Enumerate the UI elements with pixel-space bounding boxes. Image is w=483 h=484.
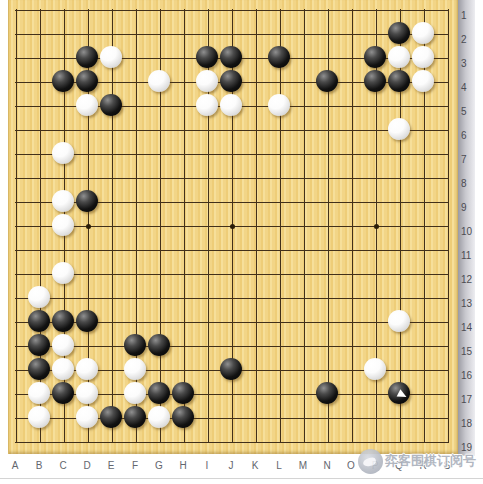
board-cell-O3[interactable] (340, 46, 364, 70)
board-cell-F10[interactable] (124, 214, 148, 238)
board-cell-E7[interactable] (100, 142, 124, 166)
board-cell-L11[interactable] (268, 238, 292, 262)
board-cell-A10[interactable] (4, 214, 28, 238)
board-cell-D8[interactable] (76, 166, 100, 190)
board-cell-R18[interactable] (412, 406, 436, 430)
board-cell-R9[interactable] (412, 190, 436, 214)
board-cell-N12[interactable] (316, 262, 340, 286)
board-cell-M13[interactable] (292, 286, 316, 310)
board-cell-G6[interactable] (148, 118, 172, 142)
board-cell-O18[interactable] (340, 406, 364, 430)
board-cell-K15[interactable] (244, 334, 268, 358)
board-cell-D1[interactable] (76, 0, 100, 22)
board-cell-A9[interactable] (4, 190, 28, 214)
board-cell-K19[interactable] (244, 430, 268, 454)
board-cell-F1[interactable] (124, 0, 148, 22)
board-cell-B14[interactable] (28, 310, 52, 334)
board-cell-G11[interactable] (148, 238, 172, 262)
board-cell-N5[interactable] (316, 94, 340, 118)
board-cell-D18[interactable] (76, 406, 100, 430)
board-cell-Q11[interactable] (388, 238, 412, 262)
board-cell-G7[interactable] (148, 142, 172, 166)
board-cell-P9[interactable] (364, 190, 388, 214)
board-cell-F19[interactable] (124, 430, 148, 454)
board-cell-R13[interactable] (412, 286, 436, 310)
board-cell-R12[interactable] (412, 262, 436, 286)
board-cell-Q3[interactable] (388, 46, 412, 70)
board-cell-L7[interactable] (268, 142, 292, 166)
board-cell-B18[interactable] (28, 406, 52, 430)
board-cell-J6[interactable] (220, 118, 244, 142)
board-cell-F17[interactable] (124, 382, 148, 406)
board-cell-I19[interactable] (196, 430, 220, 454)
board-cell-K2[interactable] (244, 22, 268, 46)
board-cell-C12[interactable] (52, 262, 76, 286)
board-cell-M1[interactable] (292, 0, 316, 22)
board-cell-N19[interactable] (316, 430, 340, 454)
board-cell-Q12[interactable] (388, 262, 412, 286)
board-cell-M12[interactable] (292, 262, 316, 286)
board-cell-B11[interactable] (28, 238, 52, 262)
board-cell-D7[interactable] (76, 142, 100, 166)
board-cell-O1[interactable] (340, 0, 364, 22)
board-cell-J3[interactable] (220, 46, 244, 70)
board-cell-L17[interactable] (268, 382, 292, 406)
board-cell-I11[interactable] (196, 238, 220, 262)
board-cell-N6[interactable] (316, 118, 340, 142)
board-cell-J17[interactable] (220, 382, 244, 406)
board-cell-K3[interactable] (244, 46, 268, 70)
board-cell-L13[interactable] (268, 286, 292, 310)
board-cell-P2[interactable] (364, 22, 388, 46)
board-cell-C15[interactable] (52, 334, 76, 358)
board-cell-Q14[interactable] (388, 310, 412, 334)
board-cell-B4[interactable] (28, 70, 52, 94)
board-cell-O10[interactable] (340, 214, 364, 238)
board-cell-S8[interactable] (436, 166, 460, 190)
board-cell-Q18[interactable] (388, 406, 412, 430)
board-cell-H14[interactable] (172, 310, 196, 334)
board-cell-E15[interactable] (100, 334, 124, 358)
board-cell-O12[interactable] (340, 262, 364, 286)
board-cell-C18[interactable] (52, 406, 76, 430)
board-cell-A14[interactable] (4, 310, 28, 334)
board-cell-R1[interactable] (412, 0, 436, 22)
board-cell-I13[interactable] (196, 286, 220, 310)
board-cell-A16[interactable] (4, 358, 28, 382)
board-cell-S2[interactable] (436, 22, 460, 46)
board-cell-E13[interactable] (100, 286, 124, 310)
board-cell-O6[interactable] (340, 118, 364, 142)
board-cell-K7[interactable] (244, 142, 268, 166)
board-cell-P14[interactable] (364, 310, 388, 334)
board-cell-H12[interactable] (172, 262, 196, 286)
board-cell-L16[interactable] (268, 358, 292, 382)
board-cell-H3[interactable] (172, 46, 196, 70)
board-cell-B8[interactable] (28, 166, 52, 190)
board-cell-D3[interactable] (76, 46, 100, 70)
board-cell-B16[interactable] (28, 358, 52, 382)
board-cell-F18[interactable] (124, 406, 148, 430)
board-cell-Q5[interactable] (388, 94, 412, 118)
board-cell-K8[interactable] (244, 166, 268, 190)
board-cell-D5[interactable] (76, 94, 100, 118)
board-cell-P11[interactable] (364, 238, 388, 262)
board-cell-J7[interactable] (220, 142, 244, 166)
board-cell-E14[interactable] (100, 310, 124, 334)
board-cell-A1[interactable] (4, 0, 28, 22)
board-cell-E17[interactable] (100, 382, 124, 406)
board-cell-K1[interactable] (244, 0, 268, 22)
board-cell-I18[interactable] (196, 406, 220, 430)
board-cell-J14[interactable] (220, 310, 244, 334)
board-cell-B9[interactable] (28, 190, 52, 214)
board-cell-O2[interactable] (340, 22, 364, 46)
board-cell-A5[interactable] (4, 94, 28, 118)
board-cell-O13[interactable] (340, 286, 364, 310)
board-cell-G14[interactable] (148, 310, 172, 334)
board-cell-E3[interactable] (100, 46, 124, 70)
board-cell-R14[interactable] (412, 310, 436, 334)
board-cell-Q4[interactable] (388, 70, 412, 94)
board-cell-K18[interactable] (244, 406, 268, 430)
board-cell-O11[interactable] (340, 238, 364, 262)
board-cell-M3[interactable] (292, 46, 316, 70)
board-cell-O15[interactable] (340, 334, 364, 358)
board-cell-E1[interactable] (100, 0, 124, 22)
board-cell-D4[interactable] (76, 70, 100, 94)
board-cell-A8[interactable] (4, 166, 28, 190)
board-cell-P13[interactable] (364, 286, 388, 310)
board-cell-F4[interactable] (124, 70, 148, 94)
board-cell-H7[interactable] (172, 142, 196, 166)
board-cell-M5[interactable] (292, 94, 316, 118)
board-cell-H15[interactable] (172, 334, 196, 358)
board-cell-J13[interactable] (220, 286, 244, 310)
board-cell-G13[interactable] (148, 286, 172, 310)
board-cell-P12[interactable] (364, 262, 388, 286)
board-cell-P17[interactable] (364, 382, 388, 406)
board-cell-E8[interactable] (100, 166, 124, 190)
board-cell-K4[interactable] (244, 70, 268, 94)
board-cell-F16[interactable] (124, 358, 148, 382)
board-cell-R3[interactable] (412, 46, 436, 70)
board-cell-Q7[interactable] (388, 142, 412, 166)
board-cell-N11[interactable] (316, 238, 340, 262)
board-cell-C11[interactable] (52, 238, 76, 262)
board-cell-H19[interactable] (172, 430, 196, 454)
board-cell-D15[interactable] (76, 334, 100, 358)
board-cell-J8[interactable] (220, 166, 244, 190)
board-cell-M11[interactable] (292, 238, 316, 262)
board-cell-P16[interactable] (364, 358, 388, 382)
board-cell-G2[interactable] (148, 22, 172, 46)
board-cell-C7[interactable] (52, 142, 76, 166)
board-cell-E10[interactable] (100, 214, 124, 238)
board-cell-L18[interactable] (268, 406, 292, 430)
board-cell-C10[interactable] (52, 214, 76, 238)
board-cell-N8[interactable] (316, 166, 340, 190)
board-cell-M6[interactable] (292, 118, 316, 142)
board-cell-M9[interactable] (292, 190, 316, 214)
board-cell-G5[interactable] (148, 94, 172, 118)
board-cell-D10[interactable] (76, 214, 100, 238)
board-cell-H9[interactable] (172, 190, 196, 214)
board-cell-Q9[interactable] (388, 190, 412, 214)
board-cell-K9[interactable] (244, 190, 268, 214)
board-cell-O16[interactable] (340, 358, 364, 382)
board-cell-M7[interactable] (292, 142, 316, 166)
board-cell-J16[interactable] (220, 358, 244, 382)
board-cell-J1[interactable] (220, 0, 244, 22)
board-cell-S6[interactable] (436, 118, 460, 142)
board-cell-F2[interactable] (124, 22, 148, 46)
board-cell-J19[interactable] (220, 430, 244, 454)
board-cell-D16[interactable] (76, 358, 100, 382)
board-cell-M10[interactable] (292, 214, 316, 238)
board-cell-A3[interactable] (4, 46, 28, 70)
board-cell-N10[interactable] (316, 214, 340, 238)
board-cell-R15[interactable] (412, 334, 436, 358)
board-cell-L6[interactable] (268, 118, 292, 142)
board-cell-O9[interactable] (340, 190, 364, 214)
board-cell-A13[interactable] (4, 286, 28, 310)
board-cell-N3[interactable] (316, 46, 340, 70)
board-cell-E5[interactable] (100, 94, 124, 118)
board-cell-I1[interactable] (196, 0, 220, 22)
board-cell-S3[interactable] (436, 46, 460, 70)
board-cell-C6[interactable] (52, 118, 76, 142)
board-cell-N9[interactable] (316, 190, 340, 214)
board-cell-L5[interactable] (268, 94, 292, 118)
board-cell-M2[interactable] (292, 22, 316, 46)
board-cell-M18[interactable] (292, 406, 316, 430)
board-cell-K6[interactable] (244, 118, 268, 142)
board-cell-A12[interactable] (4, 262, 28, 286)
board-cell-P15[interactable] (364, 334, 388, 358)
board-cell-B1[interactable] (28, 0, 52, 22)
board-cell-E4[interactable] (100, 70, 124, 94)
board-cell-K12[interactable] (244, 262, 268, 286)
board-cell-J4[interactable] (220, 70, 244, 94)
board-cell-N14[interactable] (316, 310, 340, 334)
board-cell-A6[interactable] (4, 118, 28, 142)
board-cell-L14[interactable] (268, 310, 292, 334)
board-cell-O4[interactable] (340, 70, 364, 94)
board-cell-I3[interactable] (196, 46, 220, 70)
board-cell-J10[interactable] (220, 214, 244, 238)
board-cell-S4[interactable] (436, 70, 460, 94)
board-cell-L4[interactable] (268, 70, 292, 94)
board-cell-B10[interactable] (28, 214, 52, 238)
board-cell-E12[interactable] (100, 262, 124, 286)
board-cell-Q13[interactable] (388, 286, 412, 310)
board-cell-C3[interactable] (52, 46, 76, 70)
board-cell-E16[interactable] (100, 358, 124, 382)
board-cell-S18[interactable] (436, 406, 460, 430)
board-cell-M14[interactable] (292, 310, 316, 334)
board-cell-D17[interactable] (76, 382, 100, 406)
board-cell-H8[interactable] (172, 166, 196, 190)
board-cell-B13[interactable] (28, 286, 52, 310)
board-cell-G16[interactable] (148, 358, 172, 382)
board-cell-N7[interactable] (316, 142, 340, 166)
board-cell-H2[interactable] (172, 22, 196, 46)
board-cell-L10[interactable] (268, 214, 292, 238)
board-cell-I7[interactable] (196, 142, 220, 166)
board-cell-F11[interactable] (124, 238, 148, 262)
board-cell-P18[interactable] (364, 406, 388, 430)
board-cell-H18[interactable] (172, 406, 196, 430)
board-cell-D11[interactable] (76, 238, 100, 262)
board-cell-A11[interactable] (4, 238, 28, 262)
board-cell-E2[interactable] (100, 22, 124, 46)
board-cell-D19[interactable] (76, 430, 100, 454)
board-cell-G10[interactable] (148, 214, 172, 238)
board-cell-I6[interactable] (196, 118, 220, 142)
board-cell-M17[interactable] (292, 382, 316, 406)
board-cell-G12[interactable] (148, 262, 172, 286)
board-cell-B12[interactable] (28, 262, 52, 286)
board-cell-B15[interactable] (28, 334, 52, 358)
board-cell-J11[interactable] (220, 238, 244, 262)
board-cell-R6[interactable] (412, 118, 436, 142)
board-cell-B5[interactable] (28, 94, 52, 118)
board-cell-C4[interactable] (52, 70, 76, 94)
board-cell-G4[interactable] (148, 70, 172, 94)
board-cell-L12[interactable] (268, 262, 292, 286)
board-cell-C19[interactable] (52, 430, 76, 454)
board-cell-I17[interactable] (196, 382, 220, 406)
board-cell-J12[interactable] (220, 262, 244, 286)
board-cell-F3[interactable] (124, 46, 148, 70)
board-cell-N17[interactable] (316, 382, 340, 406)
board-cell-F14[interactable] (124, 310, 148, 334)
board-cell-F5[interactable] (124, 94, 148, 118)
board-cell-L19[interactable] (268, 430, 292, 454)
board-cell-G18[interactable] (148, 406, 172, 430)
board-cell-G8[interactable] (148, 166, 172, 190)
board-cell-J2[interactable] (220, 22, 244, 46)
board-cell-K5[interactable] (244, 94, 268, 118)
board-cell-O7[interactable] (340, 142, 364, 166)
board-cell-I2[interactable] (196, 22, 220, 46)
board-cell-P3[interactable] (364, 46, 388, 70)
board-cell-P4[interactable] (364, 70, 388, 94)
board-cell-C17[interactable] (52, 382, 76, 406)
board-cell-P5[interactable] (364, 94, 388, 118)
board-cell-P10[interactable] (364, 214, 388, 238)
board-cell-D6[interactable] (76, 118, 100, 142)
board-cell-M4[interactable] (292, 70, 316, 94)
board-cell-C5[interactable] (52, 94, 76, 118)
board-cell-P1[interactable] (364, 0, 388, 22)
board-cell-I16[interactable] (196, 358, 220, 382)
board-cell-D12[interactable] (76, 262, 100, 286)
board-cell-N2[interactable] (316, 22, 340, 46)
board-cell-I15[interactable] (196, 334, 220, 358)
board-cell-O17[interactable] (340, 382, 364, 406)
board-cell-F9[interactable] (124, 190, 148, 214)
board-cell-L2[interactable] (268, 22, 292, 46)
board-cell-K17[interactable] (244, 382, 268, 406)
board-cell-K11[interactable] (244, 238, 268, 262)
board-cell-P8[interactable] (364, 166, 388, 190)
board-cell-F6[interactable] (124, 118, 148, 142)
board-cell-R16[interactable] (412, 358, 436, 382)
board-cell-S14[interactable] (436, 310, 460, 334)
board-cell-I14[interactable] (196, 310, 220, 334)
board-cell-D9[interactable] (76, 190, 100, 214)
board-cell-F7[interactable] (124, 142, 148, 166)
board-cell-Q1[interactable] (388, 0, 412, 22)
board-cell-C9[interactable] (52, 190, 76, 214)
board-cell-H5[interactable] (172, 94, 196, 118)
board-cell-J15[interactable] (220, 334, 244, 358)
board-cell-H4[interactable] (172, 70, 196, 94)
board-cell-F15[interactable] (124, 334, 148, 358)
board-cell-A7[interactable] (4, 142, 28, 166)
board-cell-B2[interactable] (28, 22, 52, 46)
board-cell-S11[interactable] (436, 238, 460, 262)
board-cell-E19[interactable] (100, 430, 124, 454)
board-cell-P6[interactable] (364, 118, 388, 142)
board-cell-M19[interactable] (292, 430, 316, 454)
board-cell-E18[interactable] (100, 406, 124, 430)
board-cell-L15[interactable] (268, 334, 292, 358)
board-cell-H13[interactable] (172, 286, 196, 310)
board-cell-R10[interactable] (412, 214, 436, 238)
board-cell-B17[interactable] (28, 382, 52, 406)
board-cell-C14[interactable] (52, 310, 76, 334)
board-cell-K14[interactable] (244, 310, 268, 334)
board-cell-I12[interactable] (196, 262, 220, 286)
board-cell-S15[interactable] (436, 334, 460, 358)
board-cell-N1[interactable] (316, 0, 340, 22)
board-cell-Q10[interactable] (388, 214, 412, 238)
board-cell-S10[interactable] (436, 214, 460, 238)
board-cell-A19[interactable] (4, 430, 28, 454)
board-cell-I4[interactable] (196, 70, 220, 94)
board-cell-I10[interactable] (196, 214, 220, 238)
board-cell-N15[interactable] (316, 334, 340, 358)
board-cell-R17[interactable] (412, 382, 436, 406)
board-cell-S12[interactable] (436, 262, 460, 286)
board-cell-C1[interactable] (52, 0, 76, 22)
board-cell-C8[interactable] (52, 166, 76, 190)
board-cell-Q2[interactable] (388, 22, 412, 46)
board-cell-D14[interactable] (76, 310, 100, 334)
board-cell-C16[interactable] (52, 358, 76, 382)
board-cell-E9[interactable] (100, 190, 124, 214)
board-cell-D13[interactable] (76, 286, 100, 310)
board-cell-H1[interactable] (172, 0, 196, 22)
board-cell-A2[interactable] (4, 22, 28, 46)
board-cell-D2[interactable] (76, 22, 100, 46)
board-cell-G17[interactable] (148, 382, 172, 406)
board-cell-I8[interactable] (196, 166, 220, 190)
board-cell-O5[interactable] (340, 94, 364, 118)
board-cell-Q6[interactable] (388, 118, 412, 142)
board-cell-A18[interactable] (4, 406, 28, 430)
board-cell-L1[interactable] (268, 0, 292, 22)
board-cell-R11[interactable] (412, 238, 436, 262)
board-cell-L8[interactable] (268, 166, 292, 190)
board-cell-H11[interactable] (172, 238, 196, 262)
board-cell-E11[interactable] (100, 238, 124, 262)
board-cell-Q15[interactable] (388, 334, 412, 358)
board-cell-S17[interactable] (436, 382, 460, 406)
